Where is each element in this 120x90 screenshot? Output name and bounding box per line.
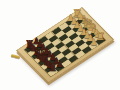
pieces-layer: ♜♞♝♛♚♝♞♜♟♟♟♟♟♟♟♟♟♟♟♟♟♟♟♟♜♞♝♛♚♝♞♜	[0, 0, 120, 90]
white-pawn[interactable]: ♟	[90, 38, 98, 47]
black-rook[interactable]: ♜	[48, 63, 58, 74]
photo-scene: ♜♞♝♛♚♝♞♜♟♟♟♟♟♟♟♟♟♟♟♟♟♟♟♟♜♞♝♛♚♝♞♜	[0, 0, 120, 90]
